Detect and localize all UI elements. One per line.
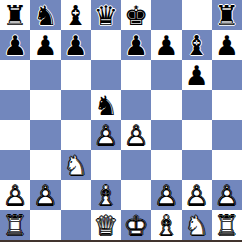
piece-glyph: ♙ (182, 180, 212, 210)
piece-glyph: ♘ (182, 210, 212, 240)
square-e1[interactable]: ♚♔ (121, 210, 151, 240)
square-e3[interactable] (121, 150, 151, 180)
square-c4[interactable] (61, 120, 91, 150)
square-h1[interactable]: ♜♖ (212, 210, 242, 240)
square-f7[interactable]: ♟ (151, 30, 181, 60)
square-c5[interactable] (61, 90, 91, 120)
piece-black-king[interactable]: ♚ (121, 0, 151, 30)
piece-glyph: ♖ (212, 210, 242, 240)
square-g1[interactable]: ♞♘ (182, 210, 212, 240)
piece-white-pawn[interactable]: ♟♙ (30, 180, 60, 210)
piece-black-queen[interactable]: ♛ (91, 0, 121, 30)
square-c6[interactable] (61, 60, 91, 90)
piece-white-rook[interactable]: ♜♖ (0, 210, 30, 240)
square-f5[interactable] (151, 90, 181, 120)
piece-glyph: ♝ (61, 0, 91, 30)
square-g8[interactable] (182, 0, 212, 30)
square-e4[interactable]: ♟♙ (121, 120, 151, 150)
piece-white-knight[interactable]: ♞♘ (61, 150, 91, 180)
square-b1[interactable] (30, 210, 60, 240)
square-e8[interactable]: ♚ (121, 0, 151, 30)
piece-black-knight[interactable]: ♞ (30, 0, 60, 30)
piece-glyph: ♚ (121, 0, 151, 30)
square-h6[interactable] (212, 60, 242, 90)
square-c3[interactable]: ♞♘ (61, 150, 91, 180)
piece-white-pawn[interactable]: ♟♙ (91, 120, 121, 150)
piece-glyph: ♝ (182, 30, 212, 60)
piece-glyph: ♜ (0, 0, 30, 30)
square-h8[interactable]: ♜ (212, 0, 242, 30)
piece-glyph: ♗ (151, 210, 181, 240)
piece-white-pawn[interactable]: ♟♙ (182, 180, 212, 210)
piece-glyph: ♟ (121, 30, 151, 60)
piece-white-bishop[interactable]: ♝♗ (151, 210, 181, 240)
chess-board-area: ♜♞♝♛♚♜♟♟♟♟♟♝♟♟♞♟♙♟♙♞♘♟♙♟♙♝♗♟♙♟♙♟♙♜♖♛♕♚♔♝… (0, 0, 242, 242)
square-b8[interactable]: ♞ (30, 0, 60, 30)
piece-glyph: ♙ (91, 120, 121, 150)
square-f2[interactable]: ♟♙ (151, 180, 181, 210)
piece-white-pawn[interactable]: ♟♙ (212, 180, 242, 210)
piece-glyph: ♙ (212, 180, 242, 210)
piece-white-king[interactable]: ♚♔ (121, 210, 151, 240)
square-h4[interactable] (212, 120, 242, 150)
square-f6[interactable] (151, 60, 181, 90)
square-c7[interactable]: ♟ (61, 30, 91, 60)
square-e6[interactable] (121, 60, 151, 90)
chess-board: ♜♞♝♛♚♜♟♟♟♟♟♝♟♟♞♟♙♟♙♞♘♟♙♟♙♝♗♟♙♟♙♟♙♜♖♛♕♚♔♝… (0, 0, 242, 240)
square-g6[interactable]: ♟ (182, 60, 212, 90)
square-b2[interactable]: ♟♙ (30, 180, 60, 210)
square-b3[interactable] (30, 150, 60, 180)
square-a2[interactable]: ♟♙ (0, 180, 30, 210)
square-d2[interactable]: ♝♗ (91, 180, 121, 210)
square-f1[interactable]: ♝♗ (151, 210, 181, 240)
square-g3[interactable] (182, 150, 212, 180)
piece-glyph: ♞ (91, 90, 121, 120)
piece-glyph: ♛ (91, 0, 121, 30)
piece-white-bishop[interactable]: ♝♗ (91, 180, 121, 210)
square-d8[interactable]: ♛ (91, 0, 121, 30)
square-a8[interactable]: ♜ (0, 0, 30, 30)
square-g4[interactable] (182, 120, 212, 150)
piece-glyph: ♟ (182, 60, 212, 90)
piece-black-pawn[interactable]: ♟ (121, 30, 151, 60)
piece-glyph: ♜ (212, 0, 242, 30)
piece-black-pawn[interactable]: ♟ (0, 30, 30, 60)
piece-glyph: ♟ (151, 30, 181, 60)
square-h7[interactable]: ♟ (212, 30, 242, 60)
square-f4[interactable] (151, 120, 181, 150)
square-e5[interactable] (121, 90, 151, 120)
square-a7[interactable]: ♟ (0, 30, 30, 60)
square-c2[interactable] (61, 180, 91, 210)
piece-white-rook[interactable]: ♜♖ (212, 210, 242, 240)
square-c1[interactable] (61, 210, 91, 240)
piece-white-knight[interactable]: ♞♘ (182, 210, 212, 240)
square-a5[interactable] (0, 90, 30, 120)
piece-glyph: ♙ (0, 180, 30, 210)
square-h3[interactable] (212, 150, 242, 180)
piece-glyph: ♕ (91, 210, 121, 240)
piece-black-pawn[interactable]: ♟ (30, 30, 60, 60)
piece-white-queen[interactable]: ♛♕ (91, 210, 121, 240)
square-c8[interactable]: ♝ (61, 0, 91, 30)
square-b7[interactable]: ♟ (30, 30, 60, 60)
piece-glyph: ♙ (121, 120, 151, 150)
piece-glyph: ♖ (0, 210, 30, 240)
square-d3[interactable] (91, 150, 121, 180)
piece-glyph: ♙ (151, 180, 181, 210)
square-a3[interactable] (0, 150, 30, 180)
piece-black-pawn[interactable]: ♟ (212, 30, 242, 60)
square-h5[interactable] (212, 90, 242, 120)
piece-glyph: ♟ (30, 30, 60, 60)
square-d1[interactable]: ♛♕ (91, 210, 121, 240)
piece-black-rook[interactable]: ♜ (212, 0, 242, 30)
piece-glyph: ♟ (0, 30, 30, 60)
piece-glyph: ♘ (61, 150, 91, 180)
piece-black-rook[interactable]: ♜ (0, 0, 30, 30)
piece-black-pawn[interactable]: ♟ (182, 60, 212, 90)
piece-glyph: ♗ (91, 180, 121, 210)
square-d5[interactable]: ♞ (91, 90, 121, 120)
piece-glyph: ♟ (61, 30, 91, 60)
square-g2[interactable]: ♟♙ (182, 180, 212, 210)
square-b4[interactable] (30, 120, 60, 150)
square-b6[interactable] (30, 60, 60, 90)
square-h2[interactable]: ♟♙ (212, 180, 242, 210)
piece-black-knight[interactable]: ♞ (91, 90, 121, 120)
piece-glyph: ♔ (121, 210, 151, 240)
piece-glyph: ♞ (30, 0, 60, 30)
square-a6[interactable] (0, 60, 30, 90)
square-g7[interactable]: ♝ (182, 30, 212, 60)
square-d4[interactable]: ♟♙ (91, 120, 121, 150)
piece-white-pawn[interactable]: ♟♙ (121, 120, 151, 150)
piece-black-bishop[interactable]: ♝ (182, 30, 212, 60)
square-f3[interactable] (151, 150, 181, 180)
square-e7[interactable]: ♟ (121, 30, 151, 60)
square-a4[interactable] (0, 120, 30, 150)
square-d6[interactable] (91, 60, 121, 90)
square-g5[interactable] (182, 90, 212, 120)
square-a1[interactable]: ♜♖ (0, 210, 30, 240)
piece-white-pawn[interactable]: ♟♙ (0, 180, 30, 210)
piece-black-pawn[interactable]: ♟ (151, 30, 181, 60)
square-b5[interactable] (30, 90, 60, 120)
square-f8[interactable] (151, 0, 181, 30)
piece-glyph: ♙ (30, 180, 60, 210)
piece-black-pawn[interactable]: ♟ (61, 30, 91, 60)
piece-black-bishop[interactable]: ♝ (61, 0, 91, 30)
piece-glyph: ♟ (212, 30, 242, 60)
square-d7[interactable] (91, 30, 121, 60)
square-e2[interactable] (121, 180, 151, 210)
piece-white-pawn[interactable]: ♟♙ (151, 180, 181, 210)
